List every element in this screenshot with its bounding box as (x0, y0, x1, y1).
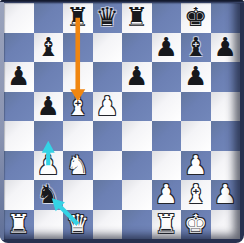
square-a1[interactable]: ♜ (4, 210, 34, 240)
piece-black-pawn[interactable]: ♟ (214, 33, 237, 63)
piece-black-knight[interactable]: ♞ (37, 180, 60, 210)
square-d1[interactable] (93, 210, 123, 240)
square-e8[interactable]: ♜ (122, 3, 152, 33)
square-c1[interactable]: ♛ (63, 210, 93, 240)
piece-black-pawn[interactable]: ♟ (125, 62, 148, 92)
square-f1[interactable]: ♜ (152, 210, 182, 240)
square-h2[interactable]: ♟ (211, 180, 241, 210)
square-e3[interactable] (122, 151, 152, 181)
square-f4[interactable] (152, 121, 182, 151)
square-a4[interactable] (4, 121, 34, 151)
square-d3[interactable] (93, 151, 123, 181)
square-h3[interactable] (211, 151, 241, 181)
piece-black-pawn[interactable]: ♟ (184, 62, 207, 92)
piece-white-pawn[interactable]: ♟ (155, 180, 178, 210)
square-b2[interactable]: ♞ (34, 180, 64, 210)
piece-white-bishop[interactable]: ♝ (184, 180, 207, 210)
piece-black-pawn[interactable]: ♟ (7, 62, 30, 92)
square-g8[interactable]: ♚ (181, 3, 211, 33)
square-h5[interactable] (211, 92, 241, 122)
square-b5[interactable]: ♟ (34, 92, 64, 122)
square-f6[interactable] (152, 62, 182, 92)
chess-board[interactable]: ♜♛♜♚♝♟♝♟♟♟♟♟♝♟♟♞♟♞♟♝♟♜♛♜♚ (4, 3, 240, 239)
chess-board-widget: ♜♛♜♚♝♟♝♟♟♟♟♟♝♟♟♞♟♞♟♝♟♜♛♜♚ (0, 0, 244, 243)
square-e1[interactable] (122, 210, 152, 240)
square-a6[interactable]: ♟ (4, 62, 34, 92)
piece-white-pawn[interactable]: ♟ (37, 151, 60, 181)
square-a5[interactable] (4, 92, 34, 122)
square-g7[interactable]: ♝ (181, 33, 211, 63)
square-g5[interactable] (181, 92, 211, 122)
square-g2[interactable]: ♝ (181, 180, 211, 210)
piece-black-pawn[interactable]: ♟ (37, 92, 60, 122)
piece-white-knight[interactable]: ♞ (66, 151, 89, 181)
square-h1[interactable] (211, 210, 241, 240)
square-c6[interactable] (63, 62, 93, 92)
square-a3[interactable] (4, 151, 34, 181)
square-g3[interactable]: ♟ (181, 151, 211, 181)
square-f2[interactable]: ♟ (152, 180, 182, 210)
piece-white-pawn[interactable]: ♟ (214, 180, 237, 210)
square-d7[interactable] (93, 33, 123, 63)
board-area: ♜♛♜♚♝♟♝♟♟♟♟♟♝♟♟♞♟♞♟♝♟♜♛♜♚ (4, 3, 240, 239)
square-b4[interactable] (34, 121, 64, 151)
piece-white-bishop[interactable]: ♝ (66, 92, 89, 122)
piece-white-pawn[interactable]: ♟ (96, 92, 119, 122)
square-f5[interactable] (152, 92, 182, 122)
piece-black-queen[interactable]: ♛ (96, 3, 119, 33)
square-d8[interactable]: ♛ (93, 3, 123, 33)
piece-black-pawn[interactable]: ♟ (155, 33, 178, 63)
piece-white-pawn[interactable]: ♟ (184, 151, 207, 181)
square-a2[interactable] (4, 180, 34, 210)
square-c5[interactable]: ♝ (63, 92, 93, 122)
square-c3[interactable]: ♞ (63, 151, 93, 181)
square-e2[interactable] (122, 180, 152, 210)
square-b8[interactable] (34, 3, 64, 33)
square-c7[interactable] (63, 33, 93, 63)
square-f3[interactable] (152, 151, 182, 181)
square-f8[interactable] (152, 3, 182, 33)
piece-white-queen[interactable]: ♛ (66, 210, 89, 240)
piece-white-rook[interactable]: ♜ (7, 210, 30, 240)
square-c4[interactable] (63, 121, 93, 151)
square-e5[interactable] (122, 92, 152, 122)
square-a7[interactable] (4, 33, 34, 63)
piece-black-rook[interactable]: ♜ (125, 3, 148, 33)
square-b6[interactable] (34, 62, 64, 92)
square-g1[interactable]: ♚ (181, 210, 211, 240)
square-d5[interactable]: ♟ (93, 92, 123, 122)
square-c8[interactable]: ♜ (63, 3, 93, 33)
square-c2[interactable] (63, 180, 93, 210)
square-d6[interactable] (93, 62, 123, 92)
piece-white-rook[interactable]: ♜ (155, 210, 178, 240)
square-g6[interactable]: ♟ (181, 62, 211, 92)
square-b1[interactable] (34, 210, 64, 240)
square-f7[interactable]: ♟ (152, 33, 182, 63)
square-e7[interactable] (122, 33, 152, 63)
square-h4[interactable] (211, 121, 241, 151)
square-a8[interactable] (4, 3, 34, 33)
square-h8[interactable] (211, 3, 241, 33)
square-d2[interactable] (93, 180, 123, 210)
square-g4[interactable] (181, 121, 211, 151)
square-e6[interactable]: ♟ (122, 62, 152, 92)
square-b7[interactable]: ♝ (34, 33, 64, 63)
piece-black-rook[interactable]: ♜ (66, 3, 89, 33)
square-h7[interactable]: ♟ (211, 33, 241, 63)
square-d4[interactable] (93, 121, 123, 151)
piece-black-king[interactable]: ♚ (184, 3, 207, 33)
piece-black-bishop[interactable]: ♝ (37, 33, 60, 63)
square-b3[interactable]: ♟ (34, 151, 64, 181)
piece-white-king[interactable]: ♚ (184, 210, 207, 240)
square-h6[interactable] (211, 62, 241, 92)
square-e4[interactable] (122, 121, 152, 151)
piece-black-bishop[interactable]: ♝ (184, 33, 207, 63)
